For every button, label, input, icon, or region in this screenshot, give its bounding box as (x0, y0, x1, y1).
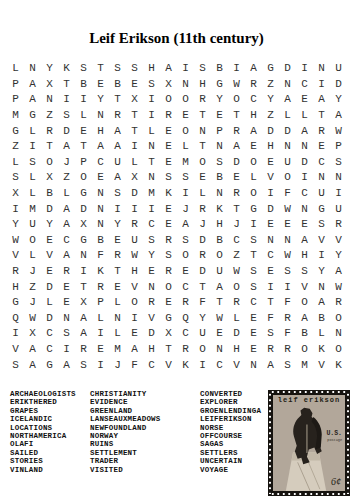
grid-cell: K (313, 342, 330, 358)
stamp-us-label: U.S. (326, 430, 342, 437)
grid-cell: E (160, 155, 177, 171)
grid-cell: W (7, 233, 24, 249)
grid-cell: X (126, 170, 143, 186)
grid-cell: E (41, 264, 58, 280)
grid-cell: M (7, 108, 24, 124)
grid-cell: F (279, 186, 296, 202)
grid-cell: U (211, 264, 228, 280)
grid-cell: L (75, 108, 92, 124)
grid-cell: P (92, 295, 109, 311)
grid-cell: G (41, 357, 58, 373)
grid-cell: T (194, 108, 211, 124)
grid-cell: E (109, 233, 126, 249)
grid-cell: S (313, 217, 330, 233)
grid-cell: K (160, 186, 177, 202)
grid-cell: I (177, 61, 194, 77)
grid-cell: E (245, 342, 262, 358)
grid-cell: E (58, 295, 75, 311)
word-list-item: VISITED (90, 466, 161, 474)
grid-cell: U (109, 155, 126, 171)
grid-cell: S (7, 357, 24, 373)
grid-cell: G (245, 201, 262, 217)
grid-cell: C (143, 357, 160, 373)
grid-cell: I (58, 92, 75, 108)
grid-cell: E (262, 264, 279, 280)
grid-cell: S (24, 155, 41, 171)
grid-cell: B (109, 77, 126, 93)
grid-cell: S (330, 155, 347, 171)
grid-cell: R (160, 108, 177, 124)
grid-cell: B (296, 326, 313, 342)
grid-cell: L (109, 326, 126, 342)
grid-cell: R (58, 264, 75, 280)
grid-cell: A (279, 92, 296, 108)
grid-cell: E (245, 311, 262, 327)
grid-cell: C (262, 248, 279, 264)
grid-cell: Z (228, 248, 245, 264)
grid-cell: J (24, 295, 41, 311)
grid-cell: M (177, 155, 194, 171)
grid-cell: A (109, 170, 126, 186)
grid-cell: D (41, 279, 58, 295)
grid-cell: N (24, 61, 41, 77)
grid-cell: L (296, 108, 313, 124)
grid-cell: C (245, 295, 262, 311)
grid-cell: T (75, 279, 92, 295)
grid-cell: O (75, 170, 92, 186)
word-list-item: SAGAS (200, 440, 261, 448)
grid-cell: L (24, 248, 41, 264)
grid-cell: T (109, 264, 126, 280)
grid-cell: G (313, 201, 330, 217)
grid-cell: A (313, 92, 330, 108)
grid-cell: E (177, 264, 194, 280)
grid-cell: D (143, 326, 160, 342)
word-list-item: NORSE (200, 424, 261, 432)
grid-cell: R (194, 248, 211, 264)
grid-cell: N (92, 186, 109, 202)
grid-cell: C (92, 155, 109, 171)
grid-cell: L (7, 155, 24, 171)
grid-cell: T (228, 108, 245, 124)
grid-cell: R (126, 217, 143, 233)
grid-cell: B (313, 311, 330, 327)
grid-cell: X (75, 295, 92, 311)
grid-cell: V (7, 248, 24, 264)
grid-cell: O (177, 92, 194, 108)
grid-cell: A (126, 342, 143, 358)
grid-cell: A (160, 61, 177, 77)
grid-cell: A (109, 139, 126, 155)
word-list-item: SETTLERS (200, 449, 261, 457)
grid-cell: R (245, 77, 262, 93)
grid-cell: L (7, 61, 24, 77)
grid-cell: A (330, 264, 347, 280)
grid-cell: Q (177, 311, 194, 327)
grid-cell: D (228, 326, 245, 342)
grid-cell: S (245, 279, 262, 295)
grid-cell: A (24, 77, 41, 93)
grid-cell: B (211, 61, 228, 77)
grid-cell: Y (211, 92, 228, 108)
grid-cell: S (211, 155, 228, 171)
word-list-item: UNCERTAIN (200, 457, 261, 465)
grid-cell: I (279, 279, 296, 295)
word-list-column-3: CONVERTEDEXPLORERGROENLENDINGALEIFERIKSO… (200, 390, 261, 474)
stamp-denomination: 6¢ (331, 476, 341, 487)
grid-cell: T (126, 123, 143, 139)
word-list-column-1: ARCHAEOLOGISTSERIKTHEREDGRAPESICELANDICL… (10, 390, 76, 474)
grid-cell: F (279, 326, 296, 342)
word-list-item: GRAPES (10, 407, 76, 415)
grid-cell: T (92, 61, 109, 77)
word-list-item: SETTLEMENT (90, 449, 161, 457)
grid-cell: R (41, 123, 58, 139)
grid-cell: I (92, 326, 109, 342)
grid-cell: W (228, 77, 245, 93)
grid-cell: I (330, 186, 347, 202)
grid-cell: Y (143, 248, 160, 264)
grid-cell: N (58, 311, 75, 327)
grid-cell: G (160, 311, 177, 327)
grid-cell: E (296, 217, 313, 233)
grid-cell: T (143, 155, 160, 171)
grid-cell: C (41, 326, 58, 342)
grid-cell: O (194, 155, 211, 171)
grid-cell: I (313, 248, 330, 264)
stamp-perforation-bottom (270, 492, 348, 496)
grid-cell: T (109, 92, 126, 108)
grid-cell: R (75, 342, 92, 358)
grid-cell: W (228, 264, 245, 280)
grid-cell: A (262, 357, 279, 373)
grid-cell: T (211, 295, 228, 311)
grid-cell: N (262, 233, 279, 249)
grid-cell: M (24, 201, 41, 217)
grid-cell: C (296, 77, 313, 93)
grid-cell: U (313, 186, 330, 202)
grid-cell: L (24, 186, 41, 202)
grid-cell: S (126, 61, 143, 77)
grid-cell: D (262, 201, 279, 217)
grid-cell: E (313, 139, 330, 155)
word-list-item: ARCHAEOLOGISTS (10, 390, 76, 398)
grid-cell: I (245, 217, 262, 233)
grid-cell: E (211, 108, 228, 124)
stamp-title-text: leif erikson (273, 396, 345, 404)
grid-cell: S (279, 357, 296, 373)
grid-cell: Y (41, 61, 58, 77)
grid-cell: N (211, 139, 228, 155)
grid-cell: N (143, 139, 160, 155)
grid-cell: B (41, 186, 58, 202)
grid-cell: R (7, 264, 24, 280)
grid-cell: I (7, 201, 24, 217)
grid-cell: X (7, 186, 24, 202)
grid-cell: N (279, 233, 296, 249)
grid-cell: I (75, 264, 92, 280)
grid-cell: I (126, 201, 143, 217)
grid-cell: O (177, 248, 194, 264)
grid-cell: B (92, 233, 109, 249)
grid-cell: L (24, 123, 41, 139)
grid-cell: C (58, 233, 75, 249)
grid-cell: N (92, 201, 109, 217)
grid-cell: V (262, 170, 279, 186)
grid-cell: N (143, 279, 160, 295)
grid-cell: S (279, 264, 296, 280)
grid-cell: E (228, 170, 245, 186)
word-list-column-2: CHRISTIANITYEVIDENCEGREENLANDLANSEAUXMEA… (90, 390, 161, 474)
grid-cell: W (24, 311, 41, 327)
grid-cell: N (211, 186, 228, 202)
grid-cell: G (262, 61, 279, 77)
grid-cell: V (126, 279, 143, 295)
grid-cell: C (313, 155, 330, 171)
word-list-item: OFFCOURSE (200, 432, 261, 440)
grid-cell: S (177, 170, 194, 186)
grid-cell: N (330, 326, 347, 342)
grid-cell: Y (92, 92, 109, 108)
grid-cell: E (177, 108, 194, 124)
grid-cell: N (313, 61, 330, 77)
grid-cell: E (245, 139, 262, 155)
word-list-item: EVIDENCE (90, 398, 161, 406)
grid-cell: V (7, 342, 24, 358)
grid-cell: C (211, 357, 228, 373)
grid-cell: Y (330, 248, 347, 264)
grid-cell: I (262, 279, 279, 295)
grid-cell: R (194, 201, 211, 217)
grid-cell: T (58, 77, 75, 93)
grid-cell: X (160, 326, 177, 342)
grid-cell: A (296, 123, 313, 139)
grid-cell: A (330, 108, 347, 124)
grid-cell: A (24, 357, 41, 373)
grid-cell: L (92, 311, 109, 327)
grid-cell: N (194, 123, 211, 139)
grid-cell: O (279, 170, 296, 186)
grid-cell: L (126, 155, 143, 171)
grid-cell: A (228, 139, 245, 155)
grid-cell: D (194, 233, 211, 249)
grid-cell: G (211, 77, 228, 93)
grid-cell: I (109, 201, 126, 217)
grid-cell: E (41, 233, 58, 249)
grid-cell: V (313, 357, 330, 373)
grid-cell: E (160, 217, 177, 233)
grid-cell: N (296, 139, 313, 155)
grid-cell: R (228, 186, 245, 202)
grid-cell: S (75, 61, 92, 77)
grid-cell: G (75, 186, 92, 202)
grid-cell: D (58, 123, 75, 139)
grid-cell: E (160, 139, 177, 155)
grid-cell: A (313, 295, 330, 311)
grid-cell: S (177, 233, 194, 249)
grid-cell: D (41, 311, 58, 327)
grid-cell: S (58, 108, 75, 124)
grid-cell: O (296, 295, 313, 311)
grid-cell: N (177, 77, 194, 93)
grid-cell: R (313, 123, 330, 139)
grid-cell: I (296, 61, 313, 77)
grid-cell: E (92, 170, 109, 186)
grid-cell: F (279, 295, 296, 311)
grid-cell: T (160, 342, 177, 358)
grid-cell: R (160, 233, 177, 249)
grid-cell: P (75, 155, 92, 171)
grid-cell: K (92, 264, 109, 280)
stamp-artwork: leif erikson U.S. postage 6¢ (273, 395, 345, 491)
grid-cell: L (279, 108, 296, 124)
grid-cell: Z (24, 279, 41, 295)
stamp-country-text: U.S. postage (326, 431, 342, 443)
grid-cell: T (41, 139, 58, 155)
grid-cell: T (245, 248, 262, 264)
grid-cell: J (24, 264, 41, 280)
grid-cell: A (109, 123, 126, 139)
grid-cell: L (245, 170, 262, 186)
grid-cell: K (211, 201, 228, 217)
grid-cell: H (143, 61, 160, 77)
grid-cell: X (41, 170, 58, 186)
grid-cell: V (143, 311, 160, 327)
grid-cell: O (245, 155, 262, 171)
word-list-item: LOCATIONS (10, 424, 76, 432)
grid-cell: O (211, 248, 228, 264)
grid-cell: R (330, 217, 347, 233)
grid-cell: I (177, 186, 194, 202)
grid-cell: N (279, 139, 296, 155)
grid-cell: H (245, 108, 262, 124)
grid-cell: L (24, 170, 41, 186)
grid-cell: J (109, 357, 126, 373)
grid-cell: P (211, 123, 228, 139)
grid-cell: H (143, 342, 160, 358)
grid-cell: N (313, 279, 330, 295)
grid-cell: O (160, 279, 177, 295)
grid-cell: V (41, 248, 58, 264)
grid-cell: L (313, 326, 330, 342)
grid-cell: D (279, 123, 296, 139)
grid-cell: J (177, 201, 194, 217)
grid-cell: D (75, 201, 92, 217)
grid-cell: O (126, 295, 143, 311)
grid-cell: V (160, 357, 177, 373)
grid-cell: C (177, 326, 194, 342)
grid-cell: G (24, 108, 41, 124)
grid-cell: G (7, 295, 24, 311)
grid-cell: X (75, 217, 92, 233)
grid-cell: A (24, 342, 41, 358)
grid-cell: Y (7, 217, 24, 233)
grid-cell: I (126, 311, 143, 327)
grid-cell: R (279, 311, 296, 327)
grid-cell: S (160, 248, 177, 264)
grid-cell: N (92, 108, 109, 124)
grid-cell: N (109, 311, 126, 327)
word-list-item: OLAFI (10, 440, 76, 448)
grid-cell: S (245, 264, 262, 280)
grid-cell: B (211, 233, 228, 249)
grid-cell: O (24, 233, 41, 249)
grid-cell: Y (262, 92, 279, 108)
grid-cell: N (296, 201, 313, 217)
grid-cell: N (143, 170, 160, 186)
word-list-item: VOYAGE (200, 466, 261, 474)
grid-cell: C (41, 342, 58, 358)
grid-cell: M (296, 357, 313, 373)
grid-cell: D (126, 186, 143, 202)
grid-cell: L (58, 186, 75, 202)
grid-cell: V (330, 233, 347, 249)
grid-cell: O (296, 342, 313, 358)
grid-cell: W (330, 279, 347, 295)
grid-cell: E (296, 92, 313, 108)
grid-cell: S (58, 326, 75, 342)
grid-cell: U (194, 326, 211, 342)
grid-cell: U (330, 201, 347, 217)
grid-cell: N (211, 342, 228, 358)
grid-cell: O (245, 186, 262, 202)
grid-cell: C (228, 233, 245, 249)
grid-cell: O (41, 155, 58, 171)
grid-cell: E (92, 342, 109, 358)
grid-cell: S (296, 264, 313, 280)
grid-cell: Y (41, 217, 58, 233)
grid-cell: H (262, 139, 279, 155)
grid-cell: J (58, 155, 75, 171)
grid-cell: N (330, 170, 347, 186)
grid-cell: K (177, 357, 194, 373)
grid-cell: A (75, 326, 92, 342)
word-list-item: SAILED (10, 449, 76, 457)
grid-cell: O (228, 92, 245, 108)
grid-cell: L (143, 123, 160, 139)
word-list-item: LEIFERIKSON (200, 415, 261, 423)
grid-cell: Y (313, 264, 330, 280)
grid-cell: U (126, 233, 143, 249)
grid-cell: R (109, 248, 126, 264)
grid-cell: A (58, 201, 75, 217)
grid-cell: I (7, 326, 24, 342)
grid-cell: Z (262, 108, 279, 124)
grid-cell: V (228, 357, 245, 373)
grid-cell: Z (262, 77, 279, 93)
grid-cell: P (7, 92, 24, 108)
grid-cell: U (279, 155, 296, 171)
grid-cell: V (296, 279, 313, 295)
grid-cell: L (109, 295, 126, 311)
word-list-item: LANSEAUXMEADOWS (90, 415, 161, 423)
grid-cell: X (160, 77, 177, 93)
grid-cell: C (296, 186, 313, 202)
grid-cell: T (262, 295, 279, 311)
grid-cell: E (194, 170, 211, 186)
grid-cell: E (160, 201, 177, 217)
word-list-item: ICELANDIC (10, 415, 76, 423)
word-list-item: STORIES (10, 457, 76, 465)
grid-cell: L (228, 311, 245, 327)
grid-cell: B (75, 77, 92, 93)
grid-cell: H (7, 279, 24, 295)
grid-cell: R (143, 295, 160, 311)
grid-cell: O (177, 123, 194, 139)
grid-cell: S (194, 61, 211, 77)
grid-cell: E (279, 217, 296, 233)
grid-cell: I (24, 139, 41, 155)
